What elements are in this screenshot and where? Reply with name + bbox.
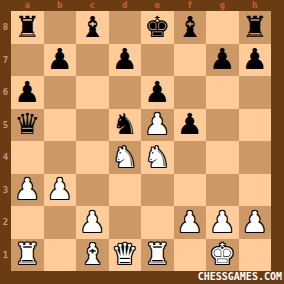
square-e6[interactable]: ♟ xyxy=(141,76,174,109)
square-h4[interactable] xyxy=(239,141,272,174)
black-rook[interactable]: ♜ xyxy=(242,13,268,42)
square-a2[interactable] xyxy=(11,206,44,239)
file-labels: abcdefgh xyxy=(11,0,271,11)
square-e8[interactable]: ♚ xyxy=(141,11,174,44)
white-bishop[interactable]: ♝ xyxy=(79,240,105,269)
square-h6[interactable] xyxy=(239,76,272,109)
square-h1[interactable] xyxy=(239,239,272,272)
black-pawn[interactable]: ♟ xyxy=(47,45,73,74)
black-pawn[interactable]: ♟ xyxy=(209,45,235,74)
square-f8[interactable]: ♝ xyxy=(174,11,207,44)
square-d6[interactable] xyxy=(109,76,142,109)
square-g4[interactable] xyxy=(206,141,239,174)
square-g3[interactable] xyxy=(206,174,239,207)
square-e3[interactable] xyxy=(141,174,174,207)
chess-diagram: abcdefgh 87654321 ♜♝♚♝♜♟♟♟♟♟♟♛♞♟♟♞♞♟♟♟♟♟… xyxy=(0,0,284,284)
white-knight[interactable]: ♞ xyxy=(112,143,138,172)
white-pawn[interactable]: ♟ xyxy=(79,208,105,237)
square-a5[interactable]: ♛ xyxy=(11,109,44,142)
square-h2[interactable]: ♟ xyxy=(239,206,272,239)
file-label-b: b xyxy=(44,0,77,11)
square-d2[interactable] xyxy=(109,206,142,239)
square-a7[interactable] xyxy=(11,44,44,77)
square-g6[interactable] xyxy=(206,76,239,109)
square-a8[interactable]: ♜ xyxy=(11,11,44,44)
site-label: CHESSGAMES.COM xyxy=(198,271,282,283)
black-rook[interactable]: ♜ xyxy=(14,13,40,42)
square-h3[interactable] xyxy=(239,174,272,207)
square-b7[interactable]: ♟ xyxy=(44,44,77,77)
square-h8[interactable]: ♜ xyxy=(239,11,272,44)
white-pawn[interactable]: ♟ xyxy=(14,175,40,204)
square-g8[interactable] xyxy=(206,11,239,44)
square-b4[interactable] xyxy=(44,141,77,174)
square-g7[interactable]: ♟ xyxy=(206,44,239,77)
rank-label-2: 2 xyxy=(0,206,11,239)
black-king[interactable]: ♚ xyxy=(144,13,170,42)
white-rook[interactable]: ♜ xyxy=(14,240,40,269)
square-b3[interactable]: ♟ xyxy=(44,174,77,207)
white-knight[interactable]: ♞ xyxy=(144,143,170,172)
square-d1[interactable]: ♛ xyxy=(109,239,142,272)
rank-label-5: 5 xyxy=(0,109,11,142)
square-f7[interactable] xyxy=(174,44,207,77)
square-a1[interactable]: ♜ xyxy=(11,239,44,272)
square-f3[interactable] xyxy=(174,174,207,207)
square-b5[interactable] xyxy=(44,109,77,142)
square-d8[interactable] xyxy=(109,11,142,44)
black-knight[interactable]: ♞ xyxy=(112,110,138,139)
square-g1[interactable]: ♚ xyxy=(206,239,239,272)
rank-label-6: 6 xyxy=(0,76,11,109)
white-rook[interactable]: ♜ xyxy=(144,240,170,269)
white-pawn[interactable]: ♟ xyxy=(47,175,73,204)
black-pawn[interactable]: ♟ xyxy=(144,78,170,107)
square-b6[interactable] xyxy=(44,76,77,109)
square-e5[interactable]: ♟ xyxy=(141,109,174,142)
white-pawn[interactable]: ♟ xyxy=(242,208,268,237)
square-c4[interactable] xyxy=(76,141,109,174)
rank-label-4: 4 xyxy=(0,141,11,174)
square-c6[interactable] xyxy=(76,76,109,109)
white-king[interactable]: ♚ xyxy=(209,240,235,269)
square-e1[interactable]: ♜ xyxy=(141,239,174,272)
square-a4[interactable] xyxy=(11,141,44,174)
square-c3[interactable] xyxy=(76,174,109,207)
rank-label-8: 8 xyxy=(0,11,11,44)
white-pawn[interactable]: ♟ xyxy=(144,110,170,139)
square-d3[interactable] xyxy=(109,174,142,207)
square-f4[interactable] xyxy=(174,141,207,174)
black-bishop[interactable]: ♝ xyxy=(177,13,203,42)
square-c8[interactable]: ♝ xyxy=(76,11,109,44)
rank-label-1: 1 xyxy=(0,239,11,272)
rank-label-7: 7 xyxy=(0,44,11,77)
square-f5[interactable]: ♟ xyxy=(174,109,207,142)
square-f1[interactable] xyxy=(174,239,207,272)
rank-label-3: 3 xyxy=(0,174,11,207)
square-e2[interactable] xyxy=(141,206,174,239)
square-h7[interactable]: ♟ xyxy=(239,44,272,77)
black-pawn[interactable]: ♟ xyxy=(177,110,203,139)
square-d5[interactable]: ♞ xyxy=(109,109,142,142)
rank-labels: 87654321 xyxy=(0,11,11,271)
square-d4[interactable]: ♞ xyxy=(109,141,142,174)
square-a3[interactable]: ♟ xyxy=(11,174,44,207)
square-c2[interactable]: ♟ xyxy=(76,206,109,239)
square-c5[interactable] xyxy=(76,109,109,142)
black-pawn[interactable]: ♟ xyxy=(242,45,268,74)
square-d7[interactable]: ♟ xyxy=(109,44,142,77)
white-pawn[interactable]: ♟ xyxy=(209,208,235,237)
black-pawn[interactable]: ♟ xyxy=(112,45,138,74)
white-pawn[interactable]: ♟ xyxy=(177,208,203,237)
square-e7[interactable] xyxy=(141,44,174,77)
black-queen[interactable]: ♛ xyxy=(14,110,40,139)
square-c7[interactable] xyxy=(76,44,109,77)
square-b2[interactable] xyxy=(44,206,77,239)
square-a6[interactable]: ♟ xyxy=(11,76,44,109)
square-b1[interactable] xyxy=(44,239,77,272)
square-g2[interactable]: ♟ xyxy=(206,206,239,239)
square-h5[interactable] xyxy=(239,109,272,142)
white-queen[interactable]: ♛ xyxy=(112,240,138,269)
file-label-g: g xyxy=(206,0,239,11)
square-f2[interactable]: ♟ xyxy=(174,206,207,239)
square-e4[interactable]: ♞ xyxy=(141,141,174,174)
square-b8[interactable] xyxy=(44,11,77,44)
black-bishop[interactable]: ♝ xyxy=(79,13,105,42)
square-f6[interactable] xyxy=(174,76,207,109)
file-label-d: d xyxy=(109,0,142,11)
square-g5[interactable] xyxy=(206,109,239,142)
black-pawn[interactable]: ♟ xyxy=(14,78,40,107)
square-c1[interactable]: ♝ xyxy=(76,239,109,272)
board: ♜♝♚♝♜♟♟♟♟♟♟♛♞♟♟♞♞♟♟♟♟♟♟♜♝♛♜♚ xyxy=(11,11,271,271)
